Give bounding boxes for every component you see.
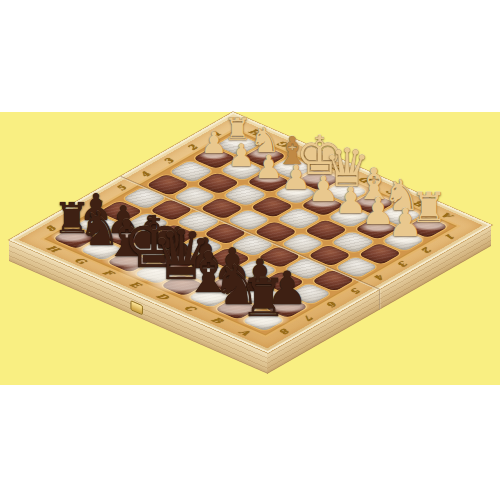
piece-white-pawn-f2: ♟ <box>254 151 283 183</box>
piece-white-pawn-g2: ♟ <box>227 140 255 171</box>
fold-seam-side <box>379 288 380 310</box>
brass-clasp <box>131 300 143 315</box>
chess-set-scene: HGFEDCBA HGFEDCBA 12345678 12345678 ♜♞♝♛… <box>0 0 500 500</box>
piece-black-rook-a8: ♜ <box>240 272 287 324</box>
piece-white-pawn-e2: ♟ <box>281 161 311 194</box>
piece-white-pawn-a2: ♟ <box>388 204 423 243</box>
piece-white-pawn-h2: ♟ <box>201 129 227 159</box>
